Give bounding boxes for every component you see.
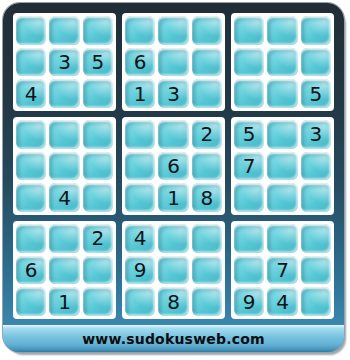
cell-r2c8[interactable] [267,48,297,77]
footer-bar: www.sudokusweb.com [3,325,344,352]
box-2-3: 537 [231,117,334,215]
cell-r3c7[interactable] [234,79,264,108]
box-3-2: 498 [122,221,225,319]
cell-r9c7[interactable]: 9 [234,287,264,316]
cell-r1c8[interactable] [267,16,297,45]
cell-r8c7[interactable] [234,256,264,285]
cell-r5c3[interactable] [83,152,113,181]
cell-r5c4[interactable] [125,152,155,181]
cell-r4c9[interactable]: 3 [301,120,331,149]
cell-r6c8[interactable] [267,183,297,212]
cell-r5c7[interactable]: 7 [234,152,264,181]
cell-r3c1[interactable]: 4 [16,79,46,108]
cell-r8c6[interactable] [192,256,222,285]
box-1-1: 354 [13,13,116,111]
cell-r1c3[interactable] [83,16,113,45]
cell-r6c9[interactable] [301,183,331,212]
cell-r8c9[interactable] [301,256,331,285]
cell-r9c9[interactable] [301,287,331,316]
cell-r2c1[interactable] [16,48,46,77]
cell-r9c6[interactable] [192,287,222,316]
cell-r7c4[interactable]: 4 [125,224,155,253]
cell-r2c5[interactable] [158,48,188,77]
sudoku-board: 354613542618537261498794 [13,13,334,319]
cell-r6c6[interactable]: 8 [192,183,222,212]
cell-r9c3[interactable] [83,287,113,316]
cell-r3c3[interactable] [83,79,113,108]
cell-r9c2[interactable]: 1 [49,287,79,316]
sudoku-frame: 354613542618537261498794 www.sudokusweb.… [3,3,344,352]
cell-r7c2[interactable] [49,224,79,253]
cell-r6c5[interactable]: 1 [158,183,188,212]
cell-r5c1[interactable] [16,152,46,181]
cell-r5c9[interactable] [301,152,331,181]
cell-r2c7[interactable] [234,48,264,77]
cell-r8c2[interactable] [49,256,79,285]
cell-r7c6[interactable] [192,224,222,253]
cell-r2c2[interactable]: 3 [49,48,79,77]
cell-r4c7[interactable]: 5 [234,120,264,149]
cell-r4c2[interactable] [49,120,79,149]
cell-r1c2[interactable] [49,16,79,45]
cell-r1c4[interactable] [125,16,155,45]
cell-r4c1[interactable] [16,120,46,149]
cell-r6c4[interactable] [125,183,155,212]
cell-r3c8[interactable] [267,79,297,108]
cell-r8c1[interactable]: 6 [16,256,46,285]
cell-r5c5[interactable]: 6 [158,152,188,181]
cell-r8c3[interactable] [83,256,113,285]
box-2-2: 2618 [122,117,225,215]
cell-r2c9[interactable] [301,48,331,77]
cell-r1c6[interactable] [192,16,222,45]
cell-r7c7[interactable] [234,224,264,253]
box-1-3: 5 [231,13,334,111]
cell-r1c5[interactable] [158,16,188,45]
cell-r8c5[interactable] [158,256,188,285]
box-3-1: 261 [13,221,116,319]
cell-r7c8[interactable] [267,224,297,253]
box-1-2: 613 [122,13,225,111]
cell-r4c6[interactable]: 2 [192,120,222,149]
cell-r9c5[interactable]: 8 [158,287,188,316]
cell-r5c6[interactable] [192,152,222,181]
cell-r8c4[interactable]: 9 [125,256,155,285]
cell-r9c4[interactable] [125,287,155,316]
cell-r6c3[interactable] [83,183,113,212]
cell-r5c8[interactable] [267,152,297,181]
cell-r1c7[interactable] [234,16,264,45]
cell-r9c8[interactable]: 4 [267,287,297,316]
cell-r9c1[interactable] [16,287,46,316]
cell-r4c5[interactable] [158,120,188,149]
box-3-3: 794 [231,221,334,319]
cell-r6c1[interactable] [16,183,46,212]
cell-r2c3[interactable]: 5 [83,48,113,77]
cell-r1c1[interactable] [16,16,46,45]
cell-r7c5[interactable] [158,224,188,253]
cell-r4c4[interactable] [125,120,155,149]
cell-r1c9[interactable] [301,16,331,45]
cell-r3c6[interactable] [192,79,222,108]
cell-r3c9[interactable]: 5 [301,79,331,108]
box-2-1: 4 [13,117,116,215]
cell-r8c8[interactable]: 7 [267,256,297,285]
cell-r3c5[interactable]: 3 [158,79,188,108]
cell-r3c4[interactable]: 1 [125,79,155,108]
cell-r7c9[interactable] [301,224,331,253]
cell-r4c3[interactable] [83,120,113,149]
cell-r3c2[interactable] [49,79,79,108]
cell-r4c8[interactable] [267,120,297,149]
cell-r5c2[interactable] [49,152,79,181]
cell-r6c7[interactable] [234,183,264,212]
cell-r7c1[interactable] [16,224,46,253]
website-url: www.sudokusweb.com [82,331,265,347]
cell-r2c6[interactable] [192,48,222,77]
cell-r6c2[interactable]: 4 [49,183,79,212]
cell-r7c3[interactable]: 2 [83,224,113,253]
cell-r2c4[interactable]: 6 [125,48,155,77]
